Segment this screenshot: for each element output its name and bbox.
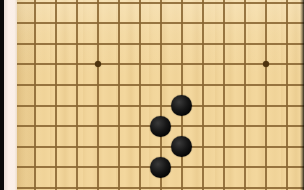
grid-line-horizontal (17, 84, 304, 86)
star-point (95, 61, 101, 67)
grid-line-horizontal (17, 2, 304, 4)
grid-line-vertical (76, 0, 78, 190)
black-stone (171, 136, 192, 157)
go-board[interactable] (17, 0, 304, 190)
black-stone (150, 157, 171, 178)
grid-line-vertical (244, 0, 246, 190)
grid-line-horizontal (17, 63, 304, 65)
grid-line-horizontal (17, 105, 304, 107)
grid-line-horizontal (17, 187, 304, 189)
grid-line-vertical (118, 0, 120, 190)
grid-line-vertical (97, 0, 99, 190)
grid-line-horizontal (17, 43, 304, 45)
app-side-strip (4, 0, 17, 190)
grid-line-vertical (265, 0, 267, 190)
star-point (263, 61, 269, 67)
grid-line-horizontal (17, 22, 304, 24)
grid-line-horizontal (17, 146, 304, 148)
grid-line-vertical (55, 0, 57, 190)
black-stone (150, 116, 171, 137)
grid-line-vertical (223, 0, 225, 190)
video-frame (0, 0, 304, 190)
frame-right-edge (300, 0, 304, 190)
grid-line-vertical (202, 0, 204, 190)
grid-line-vertical (286, 0, 288, 190)
grid-line-vertical (34, 0, 36, 190)
black-stone (171, 95, 192, 116)
grid-line-vertical (139, 0, 141, 190)
